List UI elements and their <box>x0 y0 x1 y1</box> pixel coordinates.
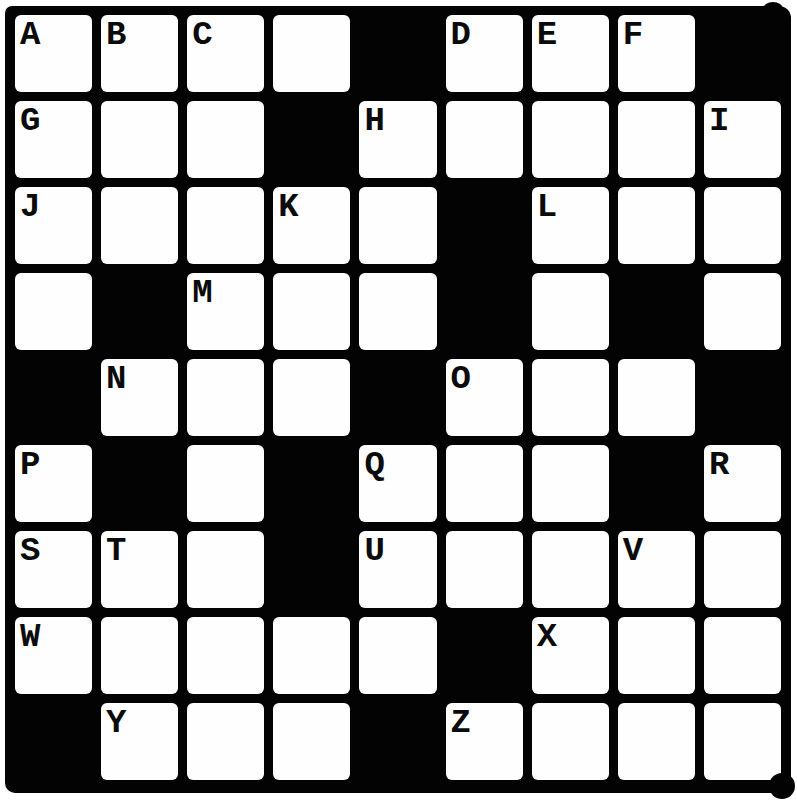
clue-label: W <box>20 619 40 656</box>
cell-r7c4 <box>273 531 350 608</box>
cell-r4c6 <box>446 273 523 350</box>
clue-label: G <box>20 103 40 140</box>
clue-label: L <box>537 189 557 226</box>
cell-r4c8 <box>618 273 695 350</box>
cell-r8c6 <box>446 617 523 694</box>
cell-r3c4[interactable]: K <box>273 187 350 264</box>
cell-r1c8[interactable]: F <box>618 15 695 92</box>
cell-r1c3[interactable]: C <box>187 15 264 92</box>
clue-label: Y <box>106 705 126 742</box>
cell-r4c4[interactable] <box>273 273 350 350</box>
cell-r7c1[interactable]: S <box>15 531 92 608</box>
cell-r6c3[interactable] <box>187 445 264 522</box>
cell-r2c4 <box>273 101 350 178</box>
cell-r8c4[interactable] <box>273 617 350 694</box>
cell-r2c2[interactable] <box>101 101 178 178</box>
cell-r7c6[interactable] <box>446 531 523 608</box>
cell-r2c6[interactable] <box>446 101 523 178</box>
cell-r3c8[interactable] <box>618 187 695 264</box>
cell-r8c2[interactable] <box>101 617 178 694</box>
clue-label: E <box>537 17 557 54</box>
cell-r8c9[interactable] <box>704 617 781 694</box>
cell-r6c2 <box>101 445 178 522</box>
cell-r6c8 <box>618 445 695 522</box>
cell-r5c2[interactable]: N <box>101 359 178 436</box>
cell-r2c7[interactable] <box>532 101 609 178</box>
cell-r6c9[interactable]: R <box>704 445 781 522</box>
cell-r4c1[interactable] <box>15 273 92 350</box>
cell-r9c4[interactable] <box>273 703 350 780</box>
cell-r4c3[interactable]: M <box>187 273 264 350</box>
cell-r5c5 <box>359 359 436 436</box>
cell-r9c1 <box>15 703 92 780</box>
cell-r1c7[interactable]: E <box>532 15 609 92</box>
cell-r1c1[interactable]: A <box>15 15 92 92</box>
cell-r3c3[interactable] <box>187 187 264 264</box>
cell-r4c7[interactable] <box>532 273 609 350</box>
cell-r1c9 <box>704 15 781 92</box>
cell-r6c6[interactable] <box>446 445 523 522</box>
cell-r3c7[interactable]: L <box>532 187 609 264</box>
cell-r5c6[interactable]: O <box>446 359 523 436</box>
cell-r9c8[interactable] <box>618 703 695 780</box>
cell-r4c9[interactable] <box>704 273 781 350</box>
cell-r6c4 <box>273 445 350 522</box>
clue-label: A <box>20 17 40 54</box>
cell-r5c3[interactable] <box>187 359 264 436</box>
clue-label: T <box>106 533 126 570</box>
cell-r5c4[interactable] <box>273 359 350 436</box>
cell-r3c2[interactable] <box>101 187 178 264</box>
cell-r7c7[interactable] <box>532 531 609 608</box>
cell-r2c3[interactable] <box>187 101 264 178</box>
cell-r5c8[interactable] <box>618 359 695 436</box>
clue-label: H <box>364 103 384 140</box>
clue-label: S <box>20 533 40 570</box>
cell-r1c5 <box>359 15 436 92</box>
cell-r7c9[interactable] <box>704 531 781 608</box>
crossword-page: ABCDEFGHIJKLMNOPQRSTUVWXYZ <box>0 0 797 800</box>
cell-r8c1[interactable]: W <box>15 617 92 694</box>
clue-label: C <box>192 17 212 54</box>
cell-r5c9 <box>704 359 781 436</box>
cell-r8c3[interactable] <box>187 617 264 694</box>
clue-label: J <box>20 189 40 226</box>
cell-r8c7[interactable]: X <box>532 617 609 694</box>
clue-label: D <box>451 17 471 54</box>
clue-label: Q <box>364 447 384 484</box>
cell-r7c2[interactable]: T <box>101 531 178 608</box>
cell-r7c5[interactable]: U <box>359 531 436 608</box>
cell-r6c7[interactable] <box>532 445 609 522</box>
cell-r3c9[interactable] <box>704 187 781 264</box>
cell-r7c8[interactable]: V <box>618 531 695 608</box>
cell-r3c1[interactable]: J <box>15 187 92 264</box>
clue-label: I <box>709 103 729 140</box>
clue-label: R <box>709 447 729 484</box>
crossword-board: ABCDEFGHIJKLMNOPQRSTUVWXYZ <box>5 6 791 793</box>
clue-label: B <box>106 17 126 54</box>
cell-r2c9[interactable]: I <box>704 101 781 178</box>
cell-r9c3[interactable] <box>187 703 264 780</box>
cell-r9c6[interactable]: Z <box>446 703 523 780</box>
clue-label: K <box>278 189 298 226</box>
cell-r5c1 <box>15 359 92 436</box>
cell-r9c5 <box>359 703 436 780</box>
cell-r2c8[interactable] <box>618 101 695 178</box>
cell-r8c8[interactable] <box>618 617 695 694</box>
clue-label: X <box>537 619 557 656</box>
clue-label: Z <box>451 705 471 742</box>
cell-r9c9[interactable] <box>704 703 781 780</box>
cell-r2c1[interactable]: G <box>15 101 92 178</box>
cell-r8c5[interactable] <box>359 617 436 694</box>
cell-r1c6[interactable]: D <box>446 15 523 92</box>
clue-label: O <box>451 361 471 398</box>
clue-label: V <box>623 533 643 570</box>
cell-r7c3[interactable] <box>187 531 264 608</box>
cell-r3c6 <box>446 187 523 264</box>
cell-r6c1[interactable]: P <box>15 445 92 522</box>
cell-r4c5[interactable] <box>359 273 436 350</box>
cell-r1c2[interactable]: B <box>101 15 178 92</box>
cell-r4c2 <box>101 273 178 350</box>
cell-r6c5[interactable]: Q <box>359 445 436 522</box>
clue-label: P <box>20 447 40 484</box>
cell-r3c5[interactable] <box>359 187 436 264</box>
clue-label: M <box>192 275 212 312</box>
cell-r2c5[interactable]: H <box>359 101 436 178</box>
clue-label: U <box>364 533 384 570</box>
cell-r1c4[interactable] <box>273 15 350 92</box>
clue-label: N <box>106 361 126 398</box>
cell-r5c7[interactable] <box>532 359 609 436</box>
clue-label: F <box>623 17 643 54</box>
cell-r9c2[interactable]: Y <box>101 703 178 780</box>
cell-r9c7[interactable] <box>532 703 609 780</box>
